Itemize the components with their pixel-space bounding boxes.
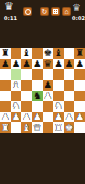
piece-black-bishop: ♝: [54, 48, 63, 58]
square-a3[interactable]: [0, 101, 11, 112]
piece-black-pawn: ♟: [65, 59, 74, 69]
square-a1[interactable]: ♜: [0, 122, 11, 133]
piece-black-pawn: ♟: [1, 59, 10, 69]
square-e8[interactable]: ♚: [43, 48, 54, 59]
restart-button[interactable]: ↻: [40, 7, 49, 16]
square-d1[interactable]: ♛: [32, 122, 43, 133]
piece-white-pawn: ♟: [75, 112, 84, 122]
square-d8[interactable]: [32, 48, 43, 59]
square-c8[interactable]: ♝: [21, 48, 32, 59]
piece-black-pawn: ♟: [44, 80, 53, 90]
square-b8[interactable]: [11, 48, 22, 59]
square-d6[interactable]: [32, 69, 43, 80]
square-c6[interactable]: [21, 69, 32, 80]
square-c4[interactable]: [21, 91, 32, 102]
square-f4[interactable]: [53, 91, 64, 102]
square-d3[interactable]: [32, 101, 43, 112]
piece-black-pawn: ♟: [12, 59, 21, 69]
piece-white-pawn: ♟: [65, 112, 74, 122]
square-b4[interactable]: [11, 91, 22, 102]
square-g4[interactable]: [64, 91, 75, 102]
square-g5[interactable]: [64, 80, 75, 91]
square-g6[interactable]: [64, 69, 75, 80]
square-e3[interactable]: [43, 101, 54, 112]
chess-app-screen: ♛ 0:11 ↻ ⌂ ♛ 0:02 ♜♝♚♝♜♟♟♟♟♛♟♟♟♝♟♞♟♞♞♟♟♟…: [0, 0, 85, 184]
piece-black-rook: ♜: [75, 48, 84, 58]
white-queen-icon: ♛: [4, 1, 14, 12]
square-d2[interactable]: ♟: [32, 112, 43, 123]
piece-white-king: ♚: [65, 123, 74, 133]
square-e2[interactable]: [43, 112, 54, 123]
piece-black-knight: ♞: [33, 91, 42, 101]
piece-white-pawn: ♟: [44, 91, 53, 101]
piece-white-bishop: ♝: [12, 80, 21, 90]
piece-white-pawn: ♟: [22, 112, 31, 122]
square-h6[interactable]: [74, 69, 85, 80]
square-h5[interactable]: [74, 80, 85, 91]
square-e7[interactable]: ♛: [43, 59, 54, 70]
square-e1[interactable]: [43, 122, 54, 133]
home-icon: ⌂: [64, 8, 68, 15]
square-a7[interactable]: ♟: [0, 59, 11, 70]
piece-black-bishop: ♝: [22, 48, 31, 58]
piece-white-queen: ♛: [33, 123, 42, 133]
square-a2[interactable]: ♟: [0, 112, 11, 123]
piece-black-queen: ♛: [44, 59, 53, 69]
square-b7[interactable]: ♟: [11, 59, 22, 70]
piece-white-pawn: ♟: [54, 112, 63, 122]
circular-arrow-icon: ↻: [42, 8, 48, 15]
piece-black-pawn: ♟: [75, 59, 84, 69]
square-f8[interactable]: ♝: [53, 48, 64, 59]
square-f3[interactable]: ♞: [53, 101, 64, 112]
piece-black-pawn: ♟: [22, 59, 31, 69]
piece-white-pawn: ♟: [12, 112, 21, 122]
board-grid-button[interactable]: [51, 7, 60, 16]
top-bar: ♛ 0:11 ↻ ⌂ ♛ 0:02: [0, 0, 85, 24]
black-queen-icon: ♛: [72, 2, 81, 13]
square-g2[interactable]: ♟: [64, 112, 75, 123]
square-f1[interactable]: ♜: [53, 122, 64, 133]
black-player-timer: 0:02: [72, 15, 85, 21]
square-c5[interactable]: [21, 80, 32, 91]
square-a6[interactable]: [0, 69, 11, 80]
square-c3[interactable]: [21, 101, 32, 112]
square-g7[interactable]: ♟: [64, 59, 75, 70]
piece-white-rook: ♜: [1, 123, 10, 133]
ring-icon: [25, 9, 31, 15]
square-c2[interactable]: ♟: [21, 112, 32, 123]
piece-white-pawn: ♟: [1, 112, 10, 122]
square-d7[interactable]: ♟: [32, 59, 43, 70]
square-f2[interactable]: ♟: [53, 112, 64, 123]
square-g8[interactable]: [64, 48, 75, 59]
square-a5[interactable]: [0, 80, 11, 91]
square-a4[interactable]: [0, 91, 11, 102]
square-f6[interactable]: [53, 69, 64, 80]
white-player-timer: 0:11: [4, 15, 17, 21]
piece-black-king: ♚: [44, 48, 53, 58]
chess-board: ♜♝♚♝♜♟♟♟♟♛♟♟♟♝♟♞♟♞♞♟♟♟♟♟♟♟♜♝♛♜♚: [0, 48, 85, 133]
piece-black-pawn: ♟: [33, 59, 42, 69]
piece-black-rook: ♜: [1, 48, 10, 58]
piece-white-knight: ♞: [54, 101, 63, 111]
square-h7[interactable]: ♟: [74, 59, 85, 70]
square-d5[interactable]: [32, 80, 43, 91]
piece-black-pawn: ♟: [54, 59, 63, 69]
piece-white-pawn: ♟: [33, 112, 42, 122]
grid-icon: [53, 9, 58, 14]
square-b1[interactable]: [11, 122, 22, 133]
square-h1[interactable]: [74, 122, 85, 133]
square-b5[interactable]: ♝: [11, 80, 22, 91]
square-e4[interactable]: ♟: [43, 91, 54, 102]
square-d4[interactable]: ♞: [32, 91, 43, 102]
square-f7[interactable]: ♟: [53, 59, 64, 70]
home-button[interactable]: ⌂: [62, 7, 71, 16]
piece-white-bishop: ♝: [22, 123, 31, 133]
piece-white-rook: ♜: [54, 123, 63, 133]
piece-white-knight: ♞: [12, 101, 21, 111]
square-c1[interactable]: ♝: [21, 122, 32, 133]
square-g1[interactable]: ♚: [64, 122, 75, 133]
ring-button[interactable]: [23, 7, 32, 16]
square-b2[interactable]: ♟: [11, 112, 22, 123]
square-h3[interactable]: [74, 101, 85, 112]
square-h4[interactable]: [74, 91, 85, 102]
square-h8[interactable]: ♜: [74, 48, 85, 59]
square-c7[interactable]: ♟: [21, 59, 32, 70]
square-b3[interactable]: ♞: [11, 101, 22, 112]
square-e5[interactable]: ♟: [43, 80, 54, 91]
square-e6[interactable]: [43, 69, 54, 80]
square-b6[interactable]: [11, 69, 22, 80]
square-a8[interactable]: ♜: [0, 48, 11, 59]
square-g3[interactable]: [64, 101, 75, 112]
square-f5[interactable]: [53, 80, 64, 91]
square-h2[interactable]: ♟: [74, 112, 85, 123]
